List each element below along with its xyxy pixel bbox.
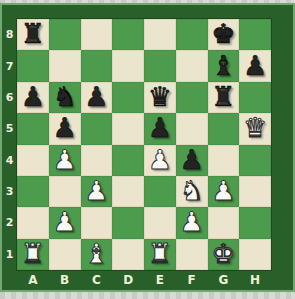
square-g6[interactable]: ♜ — [208, 82, 240, 113]
file-label-H: H — [239, 270, 271, 289]
square-g7[interactable]: ♝ — [208, 50, 240, 81]
square-g1[interactable]: ♚ — [208, 239, 240, 270]
square-h4[interactable] — [239, 145, 271, 176]
rank-label-8: 8 — [2, 19, 17, 50]
square-b6[interactable]: ♞ — [49, 82, 81, 113]
file-label-D: D — [112, 270, 144, 289]
square-a2[interactable] — [17, 207, 49, 238]
square-f1[interactable] — [176, 239, 208, 270]
square-g3[interactable]: ♟ — [208, 176, 240, 207]
chess-diagram: 87654321 ♜♚♝♟♟♞♟♛♜♟♟♛♟♟♟♟♞♟♟♟♜♝♜♚ ABCDEF… — [0, 0, 295, 299]
square-h6[interactable] — [239, 82, 271, 113]
square-b5[interactable]: ♟ — [49, 113, 81, 144]
square-f2[interactable]: ♟ — [176, 207, 208, 238]
file-labels: ABCDEFGH — [17, 270, 271, 289]
square-e3[interactable] — [144, 176, 176, 207]
piece-white-pawn[interactable]: ♟ — [148, 146, 172, 173]
piece-white-rook[interactable]: ♜ — [21, 240, 45, 267]
square-g2[interactable] — [208, 207, 240, 238]
square-f6[interactable] — [176, 82, 208, 113]
piece-white-knight[interactable]: ♞ — [180, 177, 204, 204]
square-a1[interactable]: ♜ — [17, 239, 49, 270]
square-d4[interactable] — [112, 145, 144, 176]
rank-label-5: 5 — [2, 113, 17, 144]
square-h7[interactable]: ♟ — [239, 50, 271, 81]
square-c6[interactable]: ♟ — [81, 82, 113, 113]
piece-white-rook[interactable]: ♜ — [148, 240, 172, 267]
square-b7[interactable] — [49, 50, 81, 81]
square-c1[interactable]: ♝ — [81, 239, 113, 270]
file-label-E: E — [144, 270, 176, 289]
square-b3[interactable] — [49, 176, 81, 207]
file-label-B: B — [49, 270, 81, 289]
piece-black-pawn[interactable]: ♟ — [180, 146, 204, 173]
square-e8[interactable] — [144, 19, 176, 50]
square-c8[interactable] — [81, 19, 113, 50]
square-h5[interactable]: ♛ — [239, 113, 271, 144]
rank-label-3: 3 — [2, 176, 17, 207]
square-b4[interactable]: ♟ — [49, 145, 81, 176]
square-h3[interactable] — [239, 176, 271, 207]
file-label-A: A — [17, 270, 49, 289]
rank-label-4: 4 — [2, 145, 17, 176]
piece-black-king[interactable]: ♚ — [211, 20, 235, 47]
square-f8[interactable] — [176, 19, 208, 50]
square-g8[interactable]: ♚ — [208, 19, 240, 50]
piece-black-pawn[interactable]: ♟ — [148, 114, 172, 141]
rank-labels: 87654321 — [2, 19, 17, 270]
piece-black-pawn[interactable]: ♟ — [243, 52, 267, 79]
piece-white-queen[interactable]: ♛ — [243, 114, 267, 141]
square-e1[interactable]: ♜ — [144, 239, 176, 270]
square-e7[interactable] — [144, 50, 176, 81]
square-f5[interactable] — [176, 113, 208, 144]
file-label-G: G — [208, 270, 240, 289]
square-e4[interactable]: ♟ — [144, 145, 176, 176]
rank-label-2: 2 — [2, 207, 17, 238]
square-c5[interactable] — [81, 113, 113, 144]
square-a7[interactable] — [17, 50, 49, 81]
rank-label-1: 1 — [2, 239, 17, 270]
square-a5[interactable] — [17, 113, 49, 144]
piece-black-knight[interactable]: ♞ — [53, 83, 77, 110]
square-h2[interactable] — [239, 207, 271, 238]
piece-black-pawn[interactable]: ♟ — [84, 83, 108, 110]
board-frame: 87654321 ♜♚♝♟♟♞♟♛♜♟♟♛♟♟♟♟♞♟♟♟♜♝♜♚ ABCDEF… — [0, 3, 295, 292]
piece-black-pawn[interactable]: ♟ — [21, 83, 45, 110]
square-d3[interactable] — [112, 176, 144, 207]
square-a3[interactable] — [17, 176, 49, 207]
square-d6[interactable] — [112, 82, 144, 113]
square-b1[interactable] — [49, 239, 81, 270]
file-label-F: F — [176, 270, 208, 289]
square-c4[interactable] — [81, 145, 113, 176]
square-d7[interactable] — [112, 50, 144, 81]
piece-black-pawn[interactable]: ♟ — [53, 114, 77, 141]
square-h8[interactable] — [239, 19, 271, 50]
piece-white-pawn[interactable]: ♟ — [180, 208, 204, 235]
rank-label-7: 7 — [2, 50, 17, 81]
chessboard: ♜♚♝♟♟♞♟♛♜♟♟♛♟♟♟♟♞♟♟♟♜♝♜♚ — [17, 19, 271, 270]
square-g5[interactable] — [208, 113, 240, 144]
square-b2[interactable]: ♟ — [49, 207, 81, 238]
piece-white-pawn[interactable]: ♟ — [84, 177, 108, 204]
square-c7[interactable] — [81, 50, 113, 81]
square-f3[interactable]: ♞ — [176, 176, 208, 207]
piece-black-rook[interactable]: ♜ — [211, 83, 235, 110]
file-label-C: C — [81, 270, 113, 289]
piece-white-king[interactable]: ♚ — [211, 240, 235, 267]
square-d8[interactable] — [112, 19, 144, 50]
piece-white-pawn[interactable]: ♟ — [53, 146, 77, 173]
square-d2[interactable] — [112, 207, 144, 238]
piece-white-bishop[interactable]: ♝ — [84, 240, 108, 267]
square-g4[interactable] — [208, 145, 240, 176]
piece-white-pawn[interactable]: ♟ — [53, 208, 77, 235]
square-a4[interactable] — [17, 145, 49, 176]
square-b8[interactable] — [49, 19, 81, 50]
square-e2[interactable] — [144, 207, 176, 238]
square-c3[interactable]: ♟ — [81, 176, 113, 207]
bottom-border-strip — [0, 292, 295, 299]
square-a8[interactable]: ♜ — [17, 19, 49, 50]
square-f7[interactable] — [176, 50, 208, 81]
piece-white-pawn[interactable]: ♟ — [211, 177, 235, 204]
square-f4[interactable]: ♟ — [176, 145, 208, 176]
square-h1[interactable] — [239, 239, 271, 270]
piece-black-rook[interactable]: ♜ — [21, 20, 45, 47]
piece-black-bishop[interactable]: ♝ — [211, 52, 235, 79]
square-e6[interactable]: ♛ — [144, 82, 176, 113]
rank-label-6: 6 — [2, 82, 17, 113]
square-d1[interactable] — [112, 239, 144, 270]
square-c2[interactable] — [81, 207, 113, 238]
square-d5[interactable] — [112, 113, 144, 144]
square-a6[interactable]: ♟ — [17, 82, 49, 113]
piece-black-queen[interactable]: ♛ — [148, 83, 172, 110]
square-e5[interactable]: ♟ — [144, 113, 176, 144]
